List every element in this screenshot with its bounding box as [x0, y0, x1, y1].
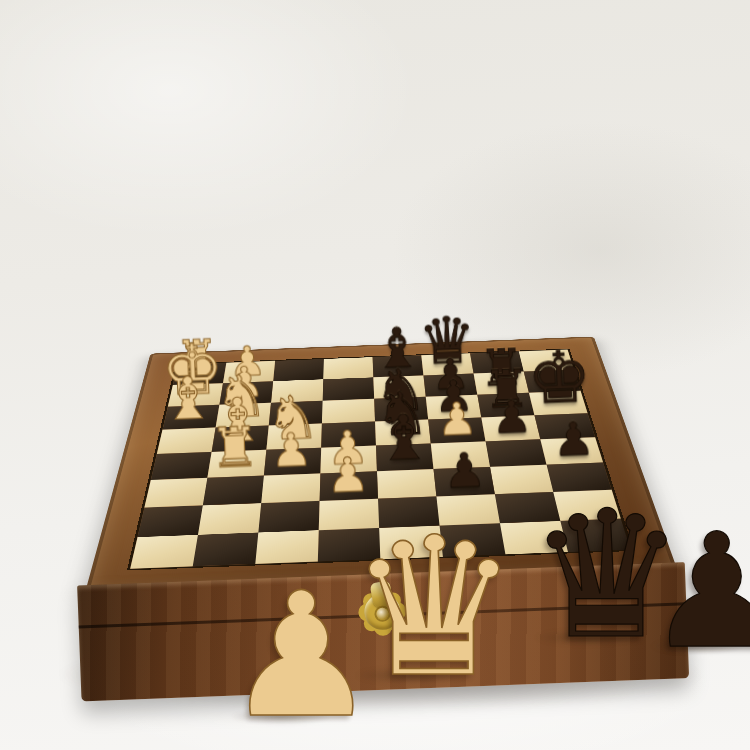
offboard-pieces: ♟♛♛♟ — [0, 0, 750, 750]
black-pawn-offboard[interactable]: ♟ — [646, 512, 750, 670]
white-queen-offboard[interactable]: ♛ — [348, 512, 520, 704]
scene: ♜♟♝♛♚♟♟♜♝♞♞♟♜♚♝♞♞♟♟♜♟♟♝♟♟♟ ♟♛♛♟ — [0, 0, 750, 750]
